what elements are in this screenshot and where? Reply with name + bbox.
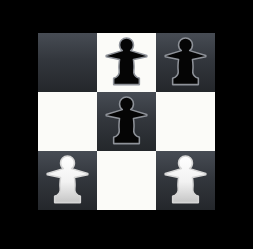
square-r2c3-light[interactable]: [156, 92, 215, 151]
pawn-icon: [157, 152, 214, 209]
square-r3c1-dark[interactable]: [38, 151, 97, 210]
pawn-icon: [157, 34, 214, 91]
chess-board: [38, 33, 215, 210]
square-r3c3-dark[interactable]: [156, 151, 215, 210]
pawn-icon: [39, 152, 96, 209]
pawn-icon: [98, 93, 155, 150]
square-r1c3-dark[interactable]: [156, 33, 215, 92]
black-pawn[interactable]: [97, 33, 156, 92]
square-r1c2-light[interactable]: [97, 33, 156, 92]
white-pawn[interactable]: [38, 151, 97, 210]
square-r2c1-light[interactable]: [38, 92, 97, 151]
square-r2c2-dark[interactable]: [97, 92, 156, 151]
square-r1c1-dark[interactable]: [38, 33, 97, 92]
black-pawn[interactable]: [156, 33, 215, 92]
pawn-icon: [98, 34, 155, 91]
white-pawn[interactable]: [156, 151, 215, 210]
square-r3c2-light[interactable]: [97, 151, 156, 210]
black-pawn[interactable]: [97, 92, 156, 151]
